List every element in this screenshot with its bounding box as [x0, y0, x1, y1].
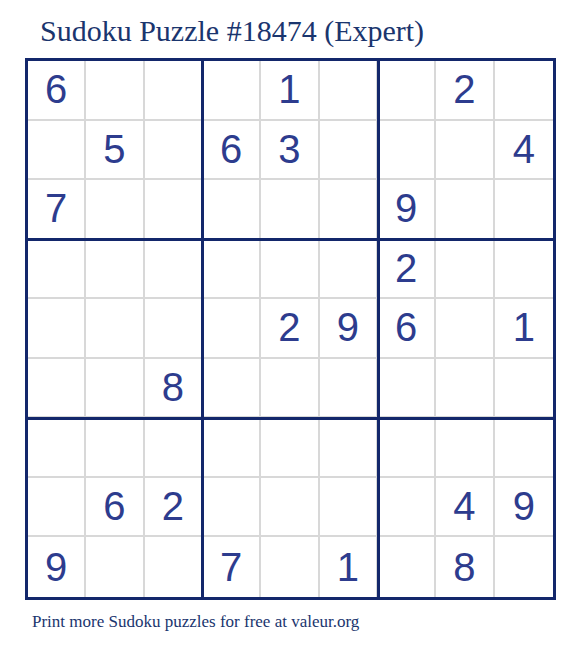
cell-r9c6: 1: [320, 537, 378, 597]
cell-r8c8: 4: [436, 478, 494, 538]
cell-r6c4: [203, 359, 261, 419]
cell-r2c3: [145, 121, 203, 181]
cell-r3c1: 7: [28, 180, 86, 240]
cell-r3c3: [145, 180, 203, 240]
cell-r1c5: 1: [261, 61, 319, 121]
cell-r5c2: [86, 299, 144, 359]
cell-r1c7: [378, 61, 436, 121]
cell-r9c1: 9: [28, 537, 86, 597]
cell-r2c8: [436, 121, 494, 181]
cell-r7c3: [145, 418, 203, 478]
box-divider-vertical-2: [377, 61, 380, 597]
cell-r1c3: [145, 61, 203, 121]
cell-r6c9: [495, 359, 553, 419]
footer-text: Print more Sudoku puzzles for free at va…: [32, 612, 359, 632]
cell-r7c6: [320, 418, 378, 478]
cell-r2c6: [320, 121, 378, 181]
cell-r3c7: 9: [378, 180, 436, 240]
cell-r5c9: 1: [495, 299, 553, 359]
cell-r8c1: [28, 478, 86, 538]
cell-r1c9: [495, 61, 553, 121]
cell-r2c7: [378, 121, 436, 181]
cell-r4c3: [145, 240, 203, 300]
cell-r3c4: [203, 180, 261, 240]
cell-r4c7: 2: [378, 240, 436, 300]
cell-r7c4: [203, 418, 261, 478]
cell-r6c5: [261, 359, 319, 419]
cell-r9c3: [145, 537, 203, 597]
cell-r7c1: [28, 418, 86, 478]
box-divider-horizontal-1: [28, 238, 553, 241]
cell-r2c2: 5: [86, 121, 144, 181]
cell-r2c5: 3: [261, 121, 319, 181]
cell-r4c6: [320, 240, 378, 300]
box-divider-vertical-1: [201, 61, 204, 597]
cell-r8c9: 9: [495, 478, 553, 538]
cell-r4c2: [86, 240, 144, 300]
cell-r2c1: [28, 121, 86, 181]
cell-r7c5: [261, 418, 319, 478]
cell-r7c2: [86, 418, 144, 478]
cell-r5c7: 6: [378, 299, 436, 359]
cell-r8c2: 6: [86, 478, 144, 538]
cell-r5c5: 2: [261, 299, 319, 359]
cell-r5c8: [436, 299, 494, 359]
cell-r6c8: [436, 359, 494, 419]
cell-r6c2: [86, 359, 144, 419]
sudoku-board: 61256347922961862499718: [25, 58, 556, 600]
cell-r9c7: [378, 537, 436, 597]
cell-r1c1: 6: [28, 61, 86, 121]
cell-r7c7: [378, 418, 436, 478]
cell-r1c8: 2: [436, 61, 494, 121]
cell-r8c4: [203, 478, 261, 538]
cell-r5c6: 9: [320, 299, 378, 359]
cell-r6c6: [320, 359, 378, 419]
cell-r5c1: [28, 299, 86, 359]
cell-r3c5: [261, 180, 319, 240]
cell-r1c2: [86, 61, 144, 121]
cell-r3c9: [495, 180, 553, 240]
cell-r4c1: [28, 240, 86, 300]
page-title: Sudoku Puzzle #18474 (Expert): [40, 14, 424, 48]
cell-r7c8: [436, 418, 494, 478]
cell-r3c2: [86, 180, 144, 240]
cell-r7c9: [495, 418, 553, 478]
cell-r4c5: [261, 240, 319, 300]
cell-r2c4: 6: [203, 121, 261, 181]
cell-r4c9: [495, 240, 553, 300]
cell-r2c9: 4: [495, 121, 553, 181]
box-divider-horizontal-2: [28, 417, 553, 420]
cell-r6c7: [378, 359, 436, 419]
cell-r5c3: [145, 299, 203, 359]
cell-r9c9: [495, 537, 553, 597]
cell-r3c6: [320, 180, 378, 240]
cell-r4c8: [436, 240, 494, 300]
cell-r8c3: 2: [145, 478, 203, 538]
cell-r5c4: [203, 299, 261, 359]
cell-r1c4: [203, 61, 261, 121]
cell-r8c5: [261, 478, 319, 538]
cell-r3c8: [436, 180, 494, 240]
cell-r6c1: [28, 359, 86, 419]
cell-r9c2: [86, 537, 144, 597]
cell-r8c7: [378, 478, 436, 538]
cell-r1c6: [320, 61, 378, 121]
cell-r4c4: [203, 240, 261, 300]
cell-r9c8: 8: [436, 537, 494, 597]
cell-r8c6: [320, 478, 378, 538]
cell-r9c4: 7: [203, 537, 261, 597]
cell-r9c5: [261, 537, 319, 597]
cell-r6c3: 8: [145, 359, 203, 419]
